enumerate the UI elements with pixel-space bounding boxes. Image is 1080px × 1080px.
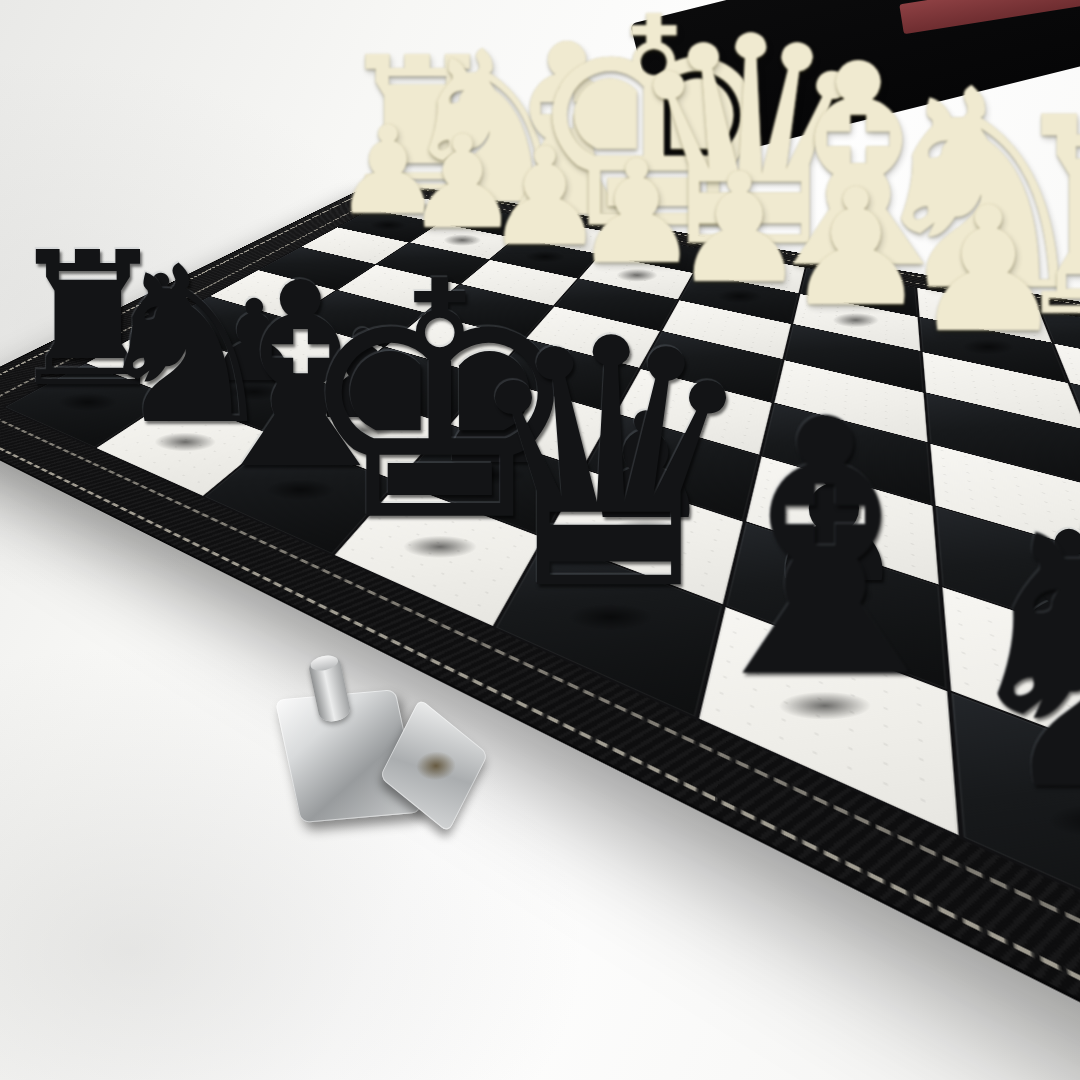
chess-set-photo: ♜♞♟♝♟♚♟♛♟♝♟♞♟♜♟♟♟♟♜♟♞♟♝♟♚♟♛♟♝♞ <box>0 0 1080 1080</box>
